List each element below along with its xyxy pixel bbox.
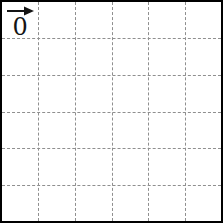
puzzle-board: 0 (0, 0, 223, 223)
clue-number: 0 (13, 17, 28, 38)
cell-r1c1-clue[interactable]: 0 (2, 2, 39, 39)
cell-grid: 0 (2, 2, 221, 221)
